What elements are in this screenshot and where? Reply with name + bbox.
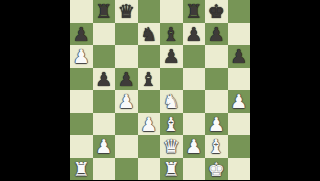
square-g1[interactable]: ♚	[205, 158, 228, 181]
white-pawn-c4[interactable]: ♟	[118, 90, 135, 113]
square-b3[interactable]	[93, 113, 116, 136]
black-pawn-c5[interactable]: ♟	[118, 67, 135, 90]
square-h8[interactable]	[228, 0, 251, 23]
white-pawn-g3[interactable]: ♟	[208, 112, 225, 135]
square-b2[interactable]: ♟	[93, 135, 116, 158]
square-d2[interactable]	[138, 135, 161, 158]
square-f3[interactable]	[183, 113, 206, 136]
white-pawn-a6[interactable]: ♟	[73, 45, 90, 68]
black-rook-f8[interactable]: ♜	[185, 0, 202, 22]
square-f5[interactable]	[183, 68, 206, 91]
black-king-g8[interactable]: ♚	[208, 0, 225, 22]
square-a3[interactable]	[70, 113, 93, 136]
square-g3[interactable]: ♟	[205, 113, 228, 136]
square-d4[interactable]	[138, 90, 161, 113]
square-h3[interactable]	[228, 113, 251, 136]
black-pawn-b5[interactable]: ♟	[95, 67, 112, 90]
square-c1[interactable]	[115, 158, 138, 181]
black-pawn-f7[interactable]: ♟	[185, 22, 202, 45]
square-f7[interactable]: ♟	[183, 23, 206, 46]
white-bishop-e3[interactable]: ♝	[163, 112, 180, 135]
square-e6[interactable]: ♟	[160, 45, 183, 68]
left-letterbox-bar	[0, 0, 70, 180]
white-rook-a1[interactable]: ♜	[73, 157, 90, 180]
square-e5[interactable]	[160, 68, 183, 91]
white-pawn-d3[interactable]: ♟	[140, 112, 157, 135]
black-pawn-h6[interactable]: ♟	[230, 45, 247, 68]
square-b1[interactable]	[93, 158, 116, 181]
square-g6[interactable]	[205, 45, 228, 68]
square-g4[interactable]	[205, 90, 228, 113]
square-b7[interactable]	[93, 23, 116, 46]
square-e8[interactable]	[160, 0, 183, 23]
square-f2[interactable]: ♟	[183, 135, 206, 158]
square-e4[interactable]: ♞	[160, 90, 183, 113]
square-c8[interactable]: ♛	[115, 0, 138, 23]
square-e1[interactable]: ♜	[160, 158, 183, 181]
white-pawn-b2[interactable]: ♟	[95, 135, 112, 158]
square-a4[interactable]	[70, 90, 93, 113]
square-c7[interactable]	[115, 23, 138, 46]
white-rook-e1[interactable]: ♜	[163, 157, 180, 180]
square-h7[interactable]	[228, 23, 251, 46]
square-h6[interactable]: ♟	[228, 45, 251, 68]
square-c4[interactable]: ♟	[115, 90, 138, 113]
square-e7[interactable]: ♝	[160, 23, 183, 46]
black-pawn-e6[interactable]: ♟	[163, 45, 180, 68]
square-b4[interactable]	[93, 90, 116, 113]
square-c6[interactable]	[115, 45, 138, 68]
square-c3[interactable]	[115, 113, 138, 136]
chess-board[interactable]: ♜♛♜♚♟♞♝♟♟♟♟♟♟♟♝♟♞♟♟♝♟♟♛♟♝♜♜♚	[70, 0, 250, 180]
square-b5[interactable]: ♟	[93, 68, 116, 91]
white-pawn-h4[interactable]: ♟	[230, 90, 247, 113]
square-a5[interactable]	[70, 68, 93, 91]
square-h1[interactable]	[228, 158, 251, 181]
right-letterbox-bar	[250, 0, 320, 180]
black-knight-d7[interactable]: ♞	[140, 22, 157, 45]
square-d1[interactable]	[138, 158, 161, 181]
square-b8[interactable]: ♜	[93, 0, 116, 23]
square-d7[interactable]: ♞	[138, 23, 161, 46]
square-f8[interactable]: ♜	[183, 0, 206, 23]
square-h4[interactable]: ♟	[228, 90, 251, 113]
black-bishop-d5[interactable]: ♝	[140, 67, 157, 90]
square-c2[interactable]	[115, 135, 138, 158]
black-pawn-a7[interactable]: ♟	[73, 22, 90, 45]
square-e3[interactable]: ♝	[160, 113, 183, 136]
square-a8[interactable]	[70, 0, 93, 23]
square-f6[interactable]	[183, 45, 206, 68]
square-g7[interactable]: ♟	[205, 23, 228, 46]
black-queen-c8[interactable]: ♛	[118, 0, 135, 22]
square-e2[interactable]: ♛	[160, 135, 183, 158]
white-bishop-g2[interactable]: ♝	[208, 135, 225, 158]
white-pawn-f2[interactable]: ♟	[185, 135, 202, 158]
black-pawn-g7[interactable]: ♟	[208, 22, 225, 45]
square-d3[interactable]: ♟	[138, 113, 161, 136]
white-queen-e2[interactable]: ♛	[163, 135, 180, 158]
square-a6[interactable]: ♟	[70, 45, 93, 68]
app-window: ♜♛♜♚♟♞♝♟♟♟♟♟♟♟♝♟♞♟♟♝♟♟♛♟♝♜♜♚	[0, 0, 320, 180]
square-g2[interactable]: ♝	[205, 135, 228, 158]
square-a7[interactable]: ♟	[70, 23, 93, 46]
square-c5[interactable]: ♟	[115, 68, 138, 91]
square-f1[interactable]	[183, 158, 206, 181]
square-h2[interactable]	[228, 135, 251, 158]
square-d5[interactable]: ♝	[138, 68, 161, 91]
square-a1[interactable]: ♜	[70, 158, 93, 181]
square-g8[interactable]: ♚	[205, 0, 228, 23]
square-h5[interactable]	[228, 68, 251, 91]
square-f4[interactable]	[183, 90, 206, 113]
square-g5[interactable]	[205, 68, 228, 91]
square-d8[interactable]	[138, 0, 161, 23]
square-a2[interactable]	[70, 135, 93, 158]
black-bishop-e7[interactable]: ♝	[163, 22, 180, 45]
white-king-g1[interactable]: ♚	[208, 157, 225, 180]
black-rook-b8[interactable]: ♜	[95, 0, 112, 22]
square-b6[interactable]	[93, 45, 116, 68]
square-d6[interactable]	[138, 45, 161, 68]
white-knight-e4[interactable]: ♞	[163, 90, 180, 113]
